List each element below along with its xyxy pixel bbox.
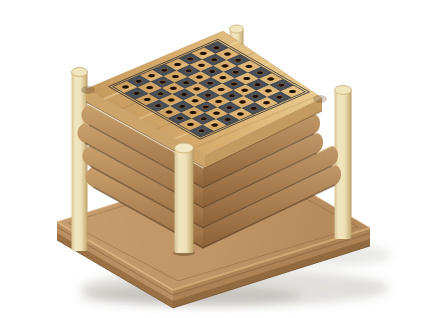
corner-post-front <box>173 143 195 256</box>
right-corner-notch <box>313 95 327 103</box>
coaster-checkers-photo <box>0 0 423 318</box>
left-corner-notch <box>81 86 95 94</box>
corner-post-right <box>335 86 352 240</box>
